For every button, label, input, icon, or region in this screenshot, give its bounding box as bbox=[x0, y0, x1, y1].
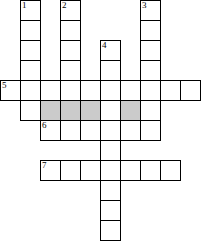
crossword-cell[interactable] bbox=[100, 200, 121, 221]
crossword-cell[interactable] bbox=[100, 160, 121, 181]
crossword-cell[interactable] bbox=[80, 160, 101, 181]
crossword-cell[interactable] bbox=[80, 80, 101, 101]
crossword-cell[interactable] bbox=[60, 40, 81, 61]
crossword-cell[interactable]: 2 bbox=[60, 0, 81, 21]
clue-number: 2 bbox=[62, 1, 67, 10]
crossword-cell[interactable] bbox=[20, 40, 41, 61]
crossword-cell[interactable] bbox=[140, 100, 161, 121]
clue-number: 6 bbox=[42, 121, 47, 130]
crossword-cell[interactable] bbox=[20, 20, 41, 41]
crossword-cell[interactable] bbox=[140, 80, 161, 101]
crossword-cell[interactable] bbox=[100, 80, 121, 101]
crossword-cell[interactable] bbox=[140, 20, 161, 41]
crossword-cell[interactable] bbox=[140, 120, 161, 141]
crossword-cell[interactable] bbox=[180, 80, 201, 101]
crossword-cell[interactable] bbox=[140, 60, 161, 81]
crossword-cell[interactable] bbox=[120, 120, 141, 141]
blocked-cell bbox=[60, 100, 81, 121]
crossword-cell[interactable]: 3 bbox=[140, 0, 161, 21]
crossword-cell[interactable] bbox=[160, 160, 181, 181]
crossword-cell[interactable]: 6 bbox=[40, 120, 61, 141]
crossword-cell[interactable] bbox=[100, 120, 121, 141]
crossword-cell[interactable] bbox=[140, 160, 161, 181]
crossword-cell[interactable] bbox=[40, 80, 61, 101]
crossword-cell[interactable] bbox=[140, 40, 161, 61]
crossword-cell[interactable]: 1 bbox=[20, 0, 41, 21]
crossword-cell[interactable]: 5 bbox=[0, 80, 21, 101]
crossword-cell[interactable] bbox=[100, 60, 121, 81]
crossword-cell[interactable] bbox=[100, 100, 121, 121]
crossword-cell[interactable] bbox=[60, 20, 81, 41]
clue-number: 7 bbox=[42, 161, 47, 170]
clue-number: 4 bbox=[102, 41, 107, 50]
crossword-cell[interactable] bbox=[80, 120, 101, 141]
clue-number: 1 bbox=[22, 1, 27, 10]
blocked-cell bbox=[80, 100, 101, 121]
crossword-cell[interactable] bbox=[100, 220, 121, 241]
crossword-cell[interactable] bbox=[60, 160, 81, 181]
crossword-cell[interactable] bbox=[60, 80, 81, 101]
clue-number: 5 bbox=[2, 81, 7, 90]
crossword-cell[interactable] bbox=[120, 80, 141, 101]
crossword-cell[interactable] bbox=[100, 180, 121, 201]
crossword-cell[interactable] bbox=[20, 100, 41, 121]
blocked-cell bbox=[120, 100, 141, 121]
crossword-cell[interactable] bbox=[160, 80, 181, 101]
crossword-cell[interactable] bbox=[120, 160, 141, 181]
crossword-cell[interactable] bbox=[60, 120, 81, 141]
crossword-cell[interactable] bbox=[60, 60, 81, 81]
crossword-cell[interactable]: 7 bbox=[40, 160, 61, 181]
crossword-cell[interactable] bbox=[20, 60, 41, 81]
crossword-cell[interactable] bbox=[100, 140, 121, 161]
crossword-board: 1234567 bbox=[0, 0, 201, 241]
crossword-cell[interactable] bbox=[20, 80, 41, 101]
clue-number: 3 bbox=[142, 1, 147, 10]
crossword-cell[interactable]: 4 bbox=[100, 40, 121, 61]
blocked-cell bbox=[40, 100, 61, 121]
